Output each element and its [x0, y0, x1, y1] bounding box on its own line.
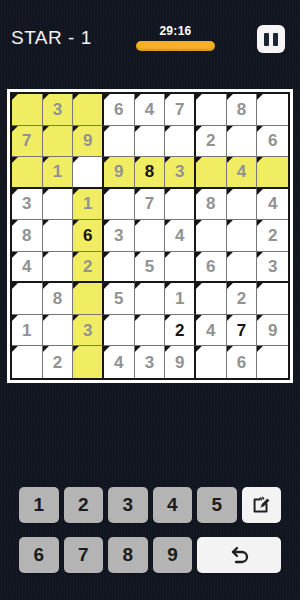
- cell-r6c6[interactable]: [165, 252, 196, 284]
- given-digit-r9c6: 9: [175, 354, 184, 371]
- cell-r5c4[interactable]: 3: [104, 220, 135, 252]
- given-digit-r9c8: 6: [237, 354, 246, 371]
- user-digit-r3c5: 8: [145, 163, 154, 180]
- given-digit-r2c9: 6: [268, 132, 277, 149]
- given-digit-r6c3: 2: [83, 258, 92, 275]
- user-digit-r8c8: 7: [237, 322, 246, 339]
- undo-icon: [226, 543, 252, 567]
- cell-r7c4[interactable]: 5: [104, 283, 135, 315]
- cell-r3c9[interactable]: [257, 157, 288, 189]
- cell-r8c2[interactable]: [43, 315, 74, 347]
- cell-r8c3[interactable]: 3: [73, 315, 104, 347]
- cell-r1c9[interactable]: [257, 94, 288, 126]
- cell-r9c4[interactable]: 4: [104, 346, 135, 378]
- timer-text: 29:16: [136, 24, 215, 38]
- pencil-edit-icon: [250, 494, 272, 516]
- cell-r7c9[interactable]: [257, 283, 288, 315]
- keypad-button-6[interactable]: 6: [19, 537, 59, 573]
- given-digit-r8c9: 9: [268, 322, 277, 339]
- given-digit-r1c8: 8: [237, 101, 246, 118]
- cell-r9c7[interactable]: [196, 346, 227, 378]
- cell-r2c8[interactable]: [227, 126, 258, 158]
- cell-r6c8[interactable]: [227, 252, 258, 284]
- cell-r3c4[interactable]: 9: [104, 157, 135, 189]
- cell-r3c5[interactable]: 8: [135, 157, 166, 189]
- cell-r1c8[interactable]: 8: [227, 94, 258, 126]
- given-digit-r6c7: 6: [206, 258, 215, 275]
- cell-r3c7[interactable]: [196, 157, 227, 189]
- cell-r2c1[interactable]: 7: [12, 126, 43, 158]
- cell-r6c4[interactable]: [104, 252, 135, 284]
- cell-r6c1[interactable]: 4: [12, 252, 43, 284]
- level-title: STAR - 1: [11, 27, 92, 49]
- pause-icon: [273, 33, 278, 46]
- cell-r2c7[interactable]: 2: [196, 126, 227, 158]
- cell-r2c4[interactable]: [104, 126, 135, 158]
- given-digit-r4c1: 3: [22, 195, 31, 212]
- cell-r3c6[interactable]: 3: [165, 157, 196, 189]
- given-digit-r1c2: 3: [53, 101, 62, 118]
- keypad-row-2: 6789: [19, 537, 281, 573]
- cell-r6c5[interactable]: 5: [135, 252, 166, 284]
- header: STAR - 1 29:16: [0, 0, 300, 70]
- selected-cell-r3c3[interactable]: [73, 157, 104, 189]
- cell-r5c8[interactable]: [227, 220, 258, 252]
- given-digit-r6c5: 5: [145, 258, 154, 275]
- cell-r4c8[interactable]: [227, 189, 258, 221]
- keypad-row-1: 12345: [19, 487, 281, 523]
- given-digit-r4c7: 8: [206, 195, 215, 212]
- cell-r2c3[interactable]: 9: [73, 126, 104, 158]
- keypad-button-2[interactable]: 2: [64, 487, 104, 523]
- given-digit-r1c5: 4: [145, 101, 154, 118]
- cell-r8c4[interactable]: [104, 315, 135, 347]
- keypad-button-1[interactable]: 1: [19, 487, 59, 523]
- keypad-button-7[interactable]: 7: [64, 537, 104, 573]
- cell-r4c9[interactable]: 4: [257, 189, 288, 221]
- given-digit-r5c9: 2: [268, 227, 277, 244]
- given-digit-r6c9: 3: [268, 258, 277, 275]
- pause-icon: [264, 33, 269, 46]
- cell-r6c3[interactable]: 2: [73, 252, 104, 284]
- given-digit-r4c5: 7: [145, 195, 154, 212]
- cell-r6c9[interactable]: 3: [257, 252, 288, 284]
- cell-r5c9[interactable]: 2: [257, 220, 288, 252]
- cell-r7c3[interactable]: [73, 283, 104, 315]
- cell-r4c4[interactable]: [104, 189, 135, 221]
- cell-r6c7[interactable]: 6: [196, 252, 227, 284]
- cell-r1c1[interactable]: [12, 94, 43, 126]
- given-digit-r4c9: 4: [268, 195, 277, 212]
- cell-r8c6[interactable]: 2: [165, 315, 196, 347]
- cell-r1c3[interactable]: [73, 94, 104, 126]
- cell-r1c4[interactable]: 6: [104, 94, 135, 126]
- cell-r5c3[interactable]: 6: [73, 220, 104, 252]
- given-digit-r3c4: 9: [114, 163, 123, 180]
- cell-r2c9[interactable]: 6: [257, 126, 288, 158]
- given-digit-r7c6: 1: [175, 290, 184, 307]
- cell-r7c8[interactable]: 2: [227, 283, 258, 315]
- cell-r5c2[interactable]: [43, 220, 74, 252]
- given-digit-r9c2: 2: [53, 354, 62, 371]
- user-digit-r5c3: 6: [83, 227, 92, 244]
- cell-r4c1[interactable]: 3: [12, 189, 43, 221]
- cell-r5c1[interactable]: 8: [12, 220, 43, 252]
- given-digit-r7c8: 2: [237, 290, 246, 307]
- cell-r3c2[interactable]: 1: [43, 157, 74, 189]
- cell-r8c5[interactable]: [135, 315, 166, 347]
- keypad-button-5[interactable]: 5: [197, 487, 237, 523]
- timer: 29:16: [136, 24, 215, 51]
- given-digit-r9c5: 3: [145, 354, 154, 371]
- given-digit-r2c3: 9: [83, 132, 92, 149]
- given-digit-r1c6: 7: [175, 101, 184, 118]
- pencil-notes-button[interactable]: [242, 487, 282, 523]
- given-digit-r7c4: 5: [114, 290, 123, 307]
- cell-r8c8[interactable]: 7: [227, 315, 258, 347]
- cell-r7c6[interactable]: 1: [165, 283, 196, 315]
- cell-r5c6[interactable]: 4: [165, 220, 196, 252]
- cell-r9c3[interactable]: [73, 346, 104, 378]
- cell-r1c5[interactable]: 4: [135, 94, 166, 126]
- cell-r4c7[interactable]: 8: [196, 189, 227, 221]
- given-digit-r8c7: 4: [206, 322, 215, 339]
- given-digit-r4c3: 1: [83, 195, 92, 212]
- given-digit-r1c4: 6: [114, 101, 123, 118]
- keypad-button-3[interactable]: 3: [108, 487, 148, 523]
- given-digit-r2c7: 2: [206, 132, 215, 149]
- cell-r3c1[interactable]: [12, 157, 43, 189]
- cell-r9c1[interactable]: [12, 346, 43, 378]
- cell-r3c8[interactable]: 4: [227, 157, 258, 189]
- given-digit-r8c3: 3: [83, 322, 92, 339]
- sudoku-board: 3647879261983431784863424256385121324792…: [7, 89, 293, 383]
- cell-r6c2[interactable]: [43, 252, 74, 284]
- cell-r1c2[interactable]: 3: [43, 94, 74, 126]
- cell-r7c1[interactable]: [12, 283, 43, 315]
- pause-button[interactable]: [257, 25, 285, 53]
- cell-r4c2[interactable]: [43, 189, 74, 221]
- cell-r5c5[interactable]: [135, 220, 166, 252]
- given-digit-r2c1: 7: [22, 132, 31, 149]
- given-digit-r5c6: 4: [175, 227, 184, 244]
- given-digit-r5c1: 8: [22, 227, 31, 244]
- cell-r9c8[interactable]: 6: [227, 346, 258, 378]
- keypad-button-4[interactable]: 4: [153, 487, 193, 523]
- cell-r1c7[interactable]: [196, 94, 227, 126]
- cell-r9c9[interactable]: [257, 346, 288, 378]
- given-digit-r9c4: 4: [114, 354, 123, 371]
- cell-r7c7[interactable]: [196, 283, 227, 315]
- given-digit-r6c1: 4: [22, 258, 31, 275]
- cell-r9c6[interactable]: 9: [165, 346, 196, 378]
- cell-r9c5[interactable]: 3: [135, 346, 166, 378]
- keypad-button-9[interactable]: 9: [153, 537, 193, 573]
- timer-progress-bar: [136, 41, 215, 51]
- cell-r8c9[interactable]: 9: [257, 315, 288, 347]
- cell-r4c6[interactable]: [165, 189, 196, 221]
- cell-r9c2[interactable]: 2: [43, 346, 74, 378]
- cell-r7c2[interactable]: 8: [43, 283, 74, 315]
- cell-r8c7[interactable]: 4: [196, 315, 227, 347]
- keypad-button-8[interactable]: 8: [108, 537, 148, 573]
- cell-r2c6[interactable]: [165, 126, 196, 158]
- cell-r2c5[interactable]: [135, 126, 166, 158]
- given-digit-r3c8: 4: [237, 163, 246, 180]
- given-digit-r3c2: 1: [53, 163, 62, 180]
- undo-button[interactable]: [197, 537, 281, 573]
- cell-r4c3[interactable]: 1: [73, 189, 104, 221]
- cell-r4c5[interactable]: 7: [135, 189, 166, 221]
- cell-r8c1[interactable]: 1: [12, 315, 43, 347]
- given-digit-r5c4: 3: [114, 227, 123, 244]
- cell-r5c7[interactable]: [196, 220, 227, 252]
- given-digit-r8c1: 1: [22, 322, 31, 339]
- given-digit-r7c2: 8: [53, 290, 62, 307]
- cell-r2c2[interactable]: [43, 126, 74, 158]
- sudoku-grid: 3647879261983431784863424256385121324792…: [10, 92, 290, 380]
- cell-r7c5[interactable]: [135, 283, 166, 315]
- cell-r1c6[interactable]: 7: [165, 94, 196, 126]
- given-digit-r3c6: 3: [175, 163, 184, 180]
- user-digit-r8c6: 2: [175, 322, 184, 339]
